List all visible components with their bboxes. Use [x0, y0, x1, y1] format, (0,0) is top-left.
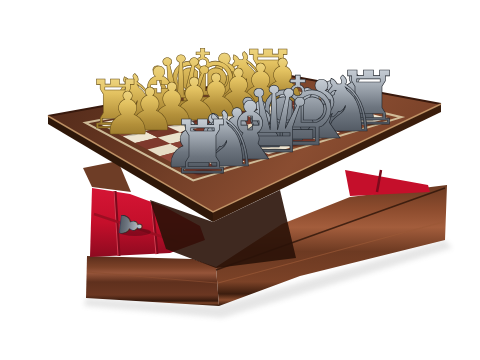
felt-compartments-right: [345, 170, 430, 196]
chess-set-photo: ♟♜♟♞♟♝♚♟♛♟♝♟♟♞♜♟♟♜♟♞♟♟♝♟♚♟♛♟♝♟♞♟♜: [0, 0, 480, 360]
chess-set-scene: ♟♜♟♞♟♝♚♟♛♟♝♟♟♞♜♟♟♜♟♞♟♟♝♟♚♟♛♟♝♟♞♟♜: [0, 0, 480, 360]
tray-piece-silver-pawn[interactable]: ♟: [111, 210, 149, 241]
piece-silver-rook-a1[interactable]: ♜: [169, 104, 236, 191]
piece-gold-pawn-a7[interactable]: ♟: [101, 79, 154, 148]
